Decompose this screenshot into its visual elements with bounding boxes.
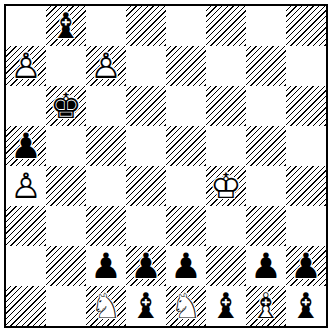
square-h6[interactable] — [286, 86, 326, 126]
black-bishop-glyph: ♝ — [126, 286, 166, 326]
white-pawn-outline: ♙ — [6, 46, 46, 86]
white-knight: ♞♘ — [86, 286, 126, 326]
square-a6[interactable] — [6, 86, 46, 126]
white-king: ♚♔ — [206, 166, 246, 206]
square-d5[interactable] — [126, 126, 166, 166]
square-e6[interactable] — [166, 86, 206, 126]
square-g3[interactable] — [246, 206, 286, 246]
white-bishop: ♝♗ — [246, 286, 286, 326]
square-c8[interactable] — [86, 6, 126, 46]
square-a4[interactable]: ♟♙ — [6, 166, 46, 206]
square-b6[interactable]: ♚ — [46, 86, 86, 126]
square-d7[interactable] — [126, 46, 166, 86]
square-d3[interactable] — [126, 206, 166, 246]
square-h1[interactable]: ♝ — [286, 286, 326, 326]
square-b5[interactable] — [46, 126, 86, 166]
square-f3[interactable] — [206, 206, 246, 246]
square-h3[interactable] — [286, 206, 326, 246]
black-pawn: ♟ — [126, 246, 166, 286]
square-d4[interactable] — [126, 166, 166, 206]
square-b2[interactable] — [46, 246, 86, 286]
black-bishop: ♝ — [126, 286, 166, 326]
black-bishop-glyph: ♝ — [206, 286, 246, 326]
square-f4[interactable]: ♚♔ — [206, 166, 246, 206]
chess-diagram: ♝♟♙♟♙♚♟♟♙♚♔♟♟♟♟♟♞♘♝♞♘♝♝♗♝ — [0, 0, 332, 332]
square-g4[interactable] — [246, 166, 286, 206]
square-d2[interactable]: ♟ — [126, 246, 166, 286]
square-h2[interactable]: ♟ — [286, 246, 326, 286]
square-g2[interactable]: ♟ — [246, 246, 286, 286]
black-pawn: ♟ — [86, 246, 126, 286]
square-f7[interactable] — [206, 46, 246, 86]
square-e5[interactable] — [166, 126, 206, 166]
square-f2[interactable] — [206, 246, 246, 286]
square-g5[interactable] — [246, 126, 286, 166]
square-b8[interactable]: ♝ — [46, 6, 86, 46]
black-pawn-glyph: ♟ — [246, 246, 286, 286]
square-d6[interactable] — [126, 86, 166, 126]
square-b7[interactable] — [46, 46, 86, 86]
square-c5[interactable] — [86, 126, 126, 166]
square-d1[interactable]: ♝ — [126, 286, 166, 326]
square-h8[interactable] — [286, 6, 326, 46]
black-bishop: ♝ — [206, 286, 246, 326]
white-knight-outline: ♘ — [86, 286, 126, 326]
white-pawn: ♟♙ — [86, 46, 126, 86]
black-pawn: ♟ — [166, 246, 206, 286]
square-b3[interactable] — [46, 206, 86, 246]
square-e1[interactable]: ♞♘ — [166, 286, 206, 326]
square-b4[interactable] — [46, 166, 86, 206]
black-bishop-glyph: ♝ — [46, 6, 86, 46]
square-e8[interactable] — [166, 6, 206, 46]
square-c2[interactable]: ♟ — [86, 246, 126, 286]
white-knight-outline: ♘ — [166, 286, 206, 326]
square-c1[interactable]: ♞♘ — [86, 286, 126, 326]
square-f1[interactable]: ♝ — [206, 286, 246, 326]
black-pawn: ♟ — [286, 246, 326, 286]
square-g7[interactable] — [246, 46, 286, 86]
black-pawn-glyph: ♟ — [286, 246, 326, 286]
square-g1[interactable]: ♝♗ — [246, 286, 286, 326]
black-bishop: ♝ — [286, 286, 326, 326]
square-c6[interactable] — [86, 86, 126, 126]
square-e4[interactable] — [166, 166, 206, 206]
black-king: ♚ — [46, 86, 86, 126]
black-pawn-glyph: ♟ — [126, 246, 166, 286]
square-g8[interactable] — [246, 6, 286, 46]
square-a1[interactable] — [6, 286, 46, 326]
square-f6[interactable] — [206, 86, 246, 126]
black-bishop: ♝ — [46, 6, 86, 46]
chess-board: ♝♟♙♟♙♚♟♟♙♚♔♟♟♟♟♟♞♘♝♞♘♝♝♗♝ — [4, 4, 328, 328]
square-b1[interactable] — [46, 286, 86, 326]
black-king-glyph: ♚ — [46, 86, 86, 126]
square-a7[interactable]: ♟♙ — [6, 46, 46, 86]
square-e3[interactable] — [166, 206, 206, 246]
square-c3[interactable] — [86, 206, 126, 246]
square-a8[interactable] — [6, 6, 46, 46]
square-a2[interactable] — [6, 246, 46, 286]
square-g6[interactable] — [246, 86, 286, 126]
white-king-outline: ♔ — [206, 166, 246, 206]
white-pawn: ♟♙ — [6, 46, 46, 86]
square-c7[interactable]: ♟♙ — [86, 46, 126, 86]
square-h4[interactable] — [286, 166, 326, 206]
black-pawn-glyph: ♟ — [6, 126, 46, 166]
white-knight: ♞♘ — [166, 286, 206, 326]
white-bishop-outline: ♗ — [246, 286, 286, 326]
black-bishop-glyph: ♝ — [286, 286, 326, 326]
square-c4[interactable] — [86, 166, 126, 206]
white-pawn-outline: ♙ — [86, 46, 126, 86]
white-pawn-outline: ♙ — [6, 166, 46, 206]
square-a3[interactable] — [6, 206, 46, 246]
square-f8[interactable] — [206, 6, 246, 46]
black-pawn-glyph: ♟ — [86, 246, 126, 286]
square-d8[interactable] — [126, 6, 166, 46]
black-pawn-glyph: ♟ — [166, 246, 206, 286]
square-h5[interactable] — [286, 126, 326, 166]
square-e7[interactable] — [166, 46, 206, 86]
square-h7[interactable] — [286, 46, 326, 86]
white-pawn: ♟♙ — [6, 166, 46, 206]
black-pawn: ♟ — [246, 246, 286, 286]
square-e2[interactable]: ♟ — [166, 246, 206, 286]
square-a5[interactable]: ♟ — [6, 126, 46, 166]
square-f5[interactable] — [206, 126, 246, 166]
black-pawn: ♟ — [6, 126, 46, 166]
